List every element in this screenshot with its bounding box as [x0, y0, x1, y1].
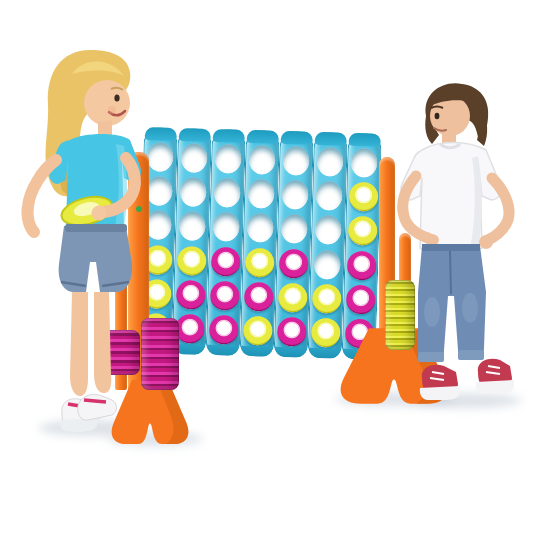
- cell-r4c7[interactable]: [345, 248, 378, 283]
- cell-r2c5[interactable]: [279, 177, 312, 212]
- cell-r3c3[interactable]: [210, 210, 243, 245]
- empty-hole: [281, 214, 308, 244]
- empty-hole: [247, 213, 274, 243]
- girl-legs: [70, 292, 111, 396]
- product-photo-scene: [0, 0, 550, 550]
- empty-hole: [214, 178, 241, 208]
- cell-r5c6[interactable]: [310, 281, 343, 316]
- empty-hole: [316, 181, 343, 211]
- empty-hole: [213, 212, 240, 242]
- girl-eye: [114, 94, 119, 101]
- magenta-disc: [210, 247, 240, 277]
- boy-eye: [435, 113, 440, 119]
- empty-hole: [248, 179, 275, 209]
- cell-r5c4[interactable]: [242, 279, 275, 314]
- girl-left-arm: [27, 160, 56, 232]
- cell-r1c6[interactable]: [314, 144, 347, 179]
- girl-shorts: [59, 224, 132, 292]
- cell-r4c5[interactable]: [277, 246, 310, 281]
- cell-r1c5[interactable]: [280, 143, 313, 178]
- empty-hole: [317, 147, 344, 177]
- cell-r1c2[interactable]: [178, 140, 211, 175]
- girl-player: [8, 46, 180, 446]
- girl-face: [84, 80, 130, 126]
- magenta-disc: [276, 317, 306, 347]
- cell-r1c3[interactable]: [212, 141, 245, 176]
- empty-hole: [180, 177, 207, 207]
- yellow-disc: [311, 284, 341, 314]
- empty-hole: [283, 146, 310, 176]
- cell-r6c3[interactable]: [207, 312, 240, 347]
- yellow-disc: [242, 316, 272, 346]
- girl-shoes: [60, 394, 117, 432]
- empty-hole: [179, 211, 206, 241]
- empty-hole: [181, 143, 208, 173]
- boy-sneakers: [420, 359, 514, 400]
- cell-r4c4[interactable]: [243, 245, 276, 280]
- yellow-disc: [277, 283, 307, 313]
- cell-r2c2[interactable]: [177, 174, 210, 209]
- boy-player: [392, 80, 542, 410]
- cell-r5c3[interactable]: [208, 278, 241, 313]
- yellow-disc: [347, 216, 377, 246]
- magenta-disc: [208, 315, 238, 345]
- empty-hole: [351, 147, 378, 177]
- cell-r2c6[interactable]: [313, 178, 346, 213]
- cell-r5c7[interactable]: [344, 282, 377, 317]
- empty-hole: [249, 145, 276, 175]
- cell-r3c2[interactable]: [176, 209, 209, 244]
- cell-r5c5[interactable]: [276, 280, 309, 315]
- cell-r3c5[interactable]: [278, 211, 311, 246]
- cell-r6c4[interactable]: [241, 313, 274, 348]
- cell-r3c4[interactable]: [244, 211, 277, 246]
- yellow-disc: [244, 248, 274, 278]
- cell-r1c4[interactable]: [246, 142, 279, 177]
- magenta-disc: [345, 285, 375, 315]
- cell-r2c7[interactable]: [347, 179, 380, 214]
- empty-hole: [315, 215, 342, 245]
- cell-r1c7[interactable]: [348, 145, 381, 180]
- boy-jeans: [418, 244, 486, 362]
- cell-r6c5[interactable]: [275, 314, 308, 349]
- empty-hole: [282, 180, 309, 210]
- magenta-disc: [346, 250, 376, 280]
- yellow-disc: [348, 182, 378, 212]
- cell-r4c3[interactable]: [209, 244, 242, 279]
- cell-r4c6[interactable]: [311, 247, 344, 282]
- cell-r3c7[interactable]: [346, 213, 379, 248]
- magenta-disc: [209, 281, 239, 311]
- magenta-disc: [278, 248, 308, 278]
- cell-r2c3[interactable]: [211, 175, 244, 210]
- yellow-disc: [176, 246, 206, 276]
- cell-r2c4[interactable]: [245, 176, 278, 211]
- empty-hole: [314, 249, 341, 279]
- magenta-disc: [243, 282, 273, 312]
- empty-hole: [215, 144, 242, 174]
- cell-r3c6[interactable]: [312, 212, 345, 247]
